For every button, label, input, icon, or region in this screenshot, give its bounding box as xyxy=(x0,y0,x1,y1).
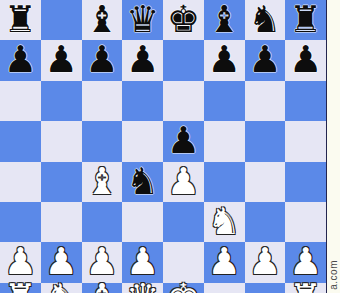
square-c3[interactable] xyxy=(82,202,123,242)
piece-white-pawn[interactable]: ♟ xyxy=(248,242,281,282)
piece-black-pawn[interactable]: ♟ xyxy=(289,40,322,80)
piece-white-bishop[interactable]: ♝ xyxy=(85,278,118,293)
watermark-strip: a.com xyxy=(326,0,340,293)
square-c4[interactable]: ♝ xyxy=(82,162,123,202)
square-a4[interactable] xyxy=(0,162,41,202)
square-h5[interactable] xyxy=(285,121,326,161)
piece-black-pawn[interactable]: ♟ xyxy=(85,40,118,80)
square-e6[interactable] xyxy=(163,81,204,121)
square-a5[interactable] xyxy=(0,121,41,161)
square-a3[interactable] xyxy=(0,202,41,242)
square-b1[interactable]: ♞ xyxy=(41,283,82,293)
square-h4[interactable] xyxy=(285,162,326,202)
watermark-text: a.com xyxy=(328,260,339,290)
square-c6[interactable] xyxy=(82,81,123,121)
piece-black-rook[interactable]: ♜ xyxy=(4,0,37,40)
piece-black-pawn[interactable]: ♟ xyxy=(208,40,241,80)
square-e5[interactable]: ♟ xyxy=(163,121,204,161)
square-d4[interactable]: ♞ xyxy=(122,162,163,202)
square-e7[interactable] xyxy=(163,40,204,80)
piece-white-knight[interactable]: ♞ xyxy=(45,278,78,293)
piece-white-rook[interactable]: ♜ xyxy=(4,278,37,293)
chess-board: ♜♝♛♚♝♞♜♟♟♟♟♟♟♟♟♝♞♟♞♟♟♟♟♟♟♟♜♞♝♛♚♜ xyxy=(0,0,326,293)
square-c8[interactable]: ♝ xyxy=(82,0,123,40)
square-b4[interactable] xyxy=(41,162,82,202)
square-g3[interactable] xyxy=(245,202,286,242)
chess-app: ♜♝♛♚♝♞♜♟♟♟♟♟♟♟♟♝♞♟♞♟♟♟♟♟♟♟♜♞♝♛♚♜ a.com xyxy=(0,0,340,293)
square-g8[interactable]: ♞ xyxy=(245,0,286,40)
square-e3[interactable] xyxy=(163,202,204,242)
piece-black-knight[interactable]: ♞ xyxy=(248,0,281,40)
piece-black-bishop[interactable]: ♝ xyxy=(208,0,241,40)
square-d5[interactable] xyxy=(122,121,163,161)
square-g4[interactable] xyxy=(245,162,286,202)
square-c7[interactable]: ♟ xyxy=(82,40,123,80)
square-b8[interactable] xyxy=(41,0,82,40)
square-b6[interactable] xyxy=(41,81,82,121)
piece-white-queen[interactable]: ♛ xyxy=(126,278,159,293)
piece-white-pawn[interactable]: ♟ xyxy=(167,162,200,202)
square-b7[interactable]: ♟ xyxy=(41,40,82,80)
square-h7[interactable]: ♟ xyxy=(285,40,326,80)
square-e8[interactable]: ♚ xyxy=(163,0,204,40)
square-a6[interactable] xyxy=(0,81,41,121)
square-h1[interactable]: ♜ xyxy=(285,283,326,293)
square-d1[interactable]: ♛ xyxy=(122,283,163,293)
piece-black-bishop[interactable]: ♝ xyxy=(85,0,118,40)
piece-black-pawn[interactable]: ♟ xyxy=(4,40,37,80)
piece-white-bishop[interactable]: ♝ xyxy=(85,162,118,202)
square-c1[interactable]: ♝ xyxy=(82,283,123,293)
piece-black-pawn[interactable]: ♟ xyxy=(167,121,200,161)
square-e4[interactable]: ♟ xyxy=(163,162,204,202)
square-h6[interactable] xyxy=(285,81,326,121)
square-b5[interactable] xyxy=(41,121,82,161)
square-a1[interactable]: ♜ xyxy=(0,283,41,293)
board-grid: ♜♝♛♚♝♞♜♟♟♟♟♟♟♟♟♝♞♟♞♟♟♟♟♟♟♟♜♞♝♛♚♜ xyxy=(0,0,326,293)
square-f7[interactable]: ♟ xyxy=(204,40,245,80)
square-g1[interactable] xyxy=(245,283,286,293)
square-a7[interactable]: ♟ xyxy=(0,40,41,80)
piece-white-pawn[interactable]: ♟ xyxy=(208,242,241,282)
square-f6[interactable] xyxy=(204,81,245,121)
square-f5[interactable] xyxy=(204,121,245,161)
piece-black-king[interactable]: ♚ xyxy=(167,0,200,40)
square-c5[interactable] xyxy=(82,121,123,161)
square-g2[interactable]: ♟ xyxy=(245,242,286,282)
square-g6[interactable] xyxy=(245,81,286,121)
square-d6[interactable] xyxy=(122,81,163,121)
square-g7[interactable]: ♟ xyxy=(245,40,286,80)
square-h3[interactable] xyxy=(285,202,326,242)
piece-black-rook[interactable]: ♜ xyxy=(289,0,322,40)
square-d3[interactable] xyxy=(122,202,163,242)
square-a8[interactable]: ♜ xyxy=(0,0,41,40)
piece-white-king[interactable]: ♚ xyxy=(167,278,200,293)
square-f8[interactable]: ♝ xyxy=(204,0,245,40)
square-f2[interactable]: ♟ xyxy=(204,242,245,282)
piece-black-pawn[interactable]: ♟ xyxy=(248,40,281,80)
piece-black-pawn[interactable]: ♟ xyxy=(45,40,78,80)
square-f3[interactable]: ♞ xyxy=(204,202,245,242)
piece-black-pawn[interactable]: ♟ xyxy=(126,40,159,80)
square-h8[interactable]: ♜ xyxy=(285,0,326,40)
piece-white-knight[interactable]: ♞ xyxy=(208,202,241,242)
square-b3[interactable] xyxy=(41,202,82,242)
square-f1[interactable] xyxy=(204,283,245,293)
square-d7[interactable]: ♟ xyxy=(122,40,163,80)
piece-black-knight[interactable]: ♞ xyxy=(126,162,159,202)
square-d8[interactable]: ♛ xyxy=(122,0,163,40)
piece-white-rook[interactable]: ♜ xyxy=(289,278,322,293)
square-g5[interactable] xyxy=(245,121,286,161)
piece-black-queen[interactable]: ♛ xyxy=(126,0,159,40)
square-f4[interactable] xyxy=(204,162,245,202)
square-e1[interactable]: ♚ xyxy=(163,283,204,293)
